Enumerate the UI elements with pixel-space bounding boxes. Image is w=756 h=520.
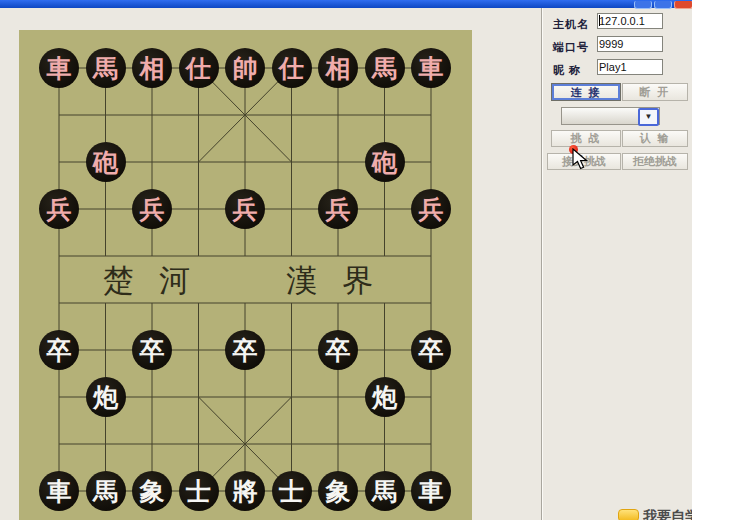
red-horse[interactable]: 馬 <box>365 48 405 88</box>
black-soldier[interactable]: 卒 <box>132 330 172 370</box>
black-advisor[interactable]: 士 <box>179 471 219 511</box>
mouse-cursor-icon <box>572 148 590 172</box>
text-caret <box>599 15 600 26</box>
red-horse[interactable]: 馬 <box>86 48 126 88</box>
maximize-button[interactable] <box>654 1 672 9</box>
black-soldier[interactable]: 卒 <box>411 330 451 370</box>
close-button[interactable] <box>674 1 693 9</box>
app-window: 楚河 漢界 車馬相仕帥仕相馬車砲砲兵兵兵兵兵卒卒卒卒卒炮炮車馬象士將士象馬車 主… <box>0 0 692 520</box>
red-cannon[interactable]: 砲 <box>365 142 405 182</box>
xiangqi-board[interactable]: 楚河 漢界 車馬相仕帥仕相馬車砲砲兵兵兵兵兵卒卒卒卒卒炮炮車馬象士將士象馬車 <box>19 30 472 520</box>
black-cannon[interactable]: 炮 <box>86 377 126 417</box>
desktop-background <box>692 0 756 520</box>
red-elephant[interactable]: 相 <box>318 48 358 88</box>
minimize-button[interactable] <box>634 1 652 9</box>
river-label-chu-he: 楚河 <box>103 260 215 302</box>
black-cannon[interactable]: 炮 <box>365 377 405 417</box>
chevron-down-icon[interactable]: ▼ <box>638 108 659 126</box>
resign-button[interactable]: 认 输 <box>622 130 688 147</box>
black-elephant[interactable]: 象 <box>132 471 172 511</box>
red-advisor[interactable]: 仕 <box>272 48 312 88</box>
black-chariot[interactable]: 車 <box>39 471 79 511</box>
port-input[interactable] <box>597 36 663 52</box>
red-elephant[interactable]: 相 <box>132 48 172 88</box>
connect-button[interactable]: 连 接 <box>551 83 621 101</box>
opponent-combobox[interactable]: ▼ <box>561 107 660 125</box>
river-label-han-jie: 漢界 <box>286 260 398 302</box>
watermark-text: 我要自学网 <box>643 509 692 520</box>
window-titlebar <box>0 0 692 8</box>
port-label: 端口号 <box>553 40 589 55</box>
red-general[interactable]: 帥 <box>225 48 265 88</box>
hostname-label: 主机名 <box>553 17 589 32</box>
black-soldier[interactable]: 卒 <box>39 330 79 370</box>
challenge-button[interactable]: 挑 战 <box>551 130 621 147</box>
red-soldier[interactable]: 兵 <box>132 189 172 229</box>
red-advisor[interactable]: 仕 <box>179 48 219 88</box>
black-chariot[interactable]: 車 <box>411 471 451 511</box>
hostname-input[interactable] <box>597 13 663 29</box>
reject-challenge-button[interactable]: 拒绝挑战 <box>622 153 688 170</box>
black-elephant[interactable]: 象 <box>318 471 358 511</box>
black-soldier[interactable]: 卒 <box>318 330 358 370</box>
black-general[interactable]: 將 <box>225 471 265 511</box>
black-horse[interactable]: 馬 <box>86 471 126 511</box>
nickname-label: 昵 称 <box>553 63 581 78</box>
disconnect-button[interactable]: 断 开 <box>622 83 688 101</box>
red-soldier[interactable]: 兵 <box>318 189 358 229</box>
red-soldier[interactable]: 兵 <box>411 189 451 229</box>
panel-divider <box>541 8 542 520</box>
red-cannon[interactable]: 砲 <box>86 142 126 182</box>
red-soldier[interactable]: 兵 <box>225 189 265 229</box>
red-chariot[interactable]: 車 <box>39 48 79 88</box>
red-chariot[interactable]: 車 <box>411 48 451 88</box>
board-grid <box>19 30 472 520</box>
red-soldier[interactable]: 兵 <box>39 189 79 229</box>
black-horse[interactable]: 馬 <box>365 471 405 511</box>
nickname-input[interactable] <box>597 59 663 75</box>
black-soldier[interactable]: 卒 <box>225 330 265 370</box>
black-advisor[interactable]: 士 <box>272 471 312 511</box>
watermark-logo-icon <box>618 509 639 520</box>
watermark: 我要自学网 <box>618 509 692 520</box>
